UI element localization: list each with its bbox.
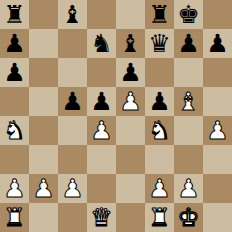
piece-black-pawn: ♟: [206, 29, 228, 58]
square-f7[interactable]: ♛: [145, 29, 174, 58]
piece-white-queen: ♛: [90, 203, 112, 232]
piece-white-pawn: ♟: [177, 174, 199, 203]
piece-white-pawn: ♟: [3, 174, 25, 203]
piece-black-rook: ♜: [148, 0, 170, 29]
square-f4[interactable]: ♞: [145, 116, 174, 145]
square-g2[interactable]: ♟: [174, 174, 203, 203]
piece-white-pawn: ♟: [148, 174, 170, 203]
piece-black-pawn: ♟: [90, 87, 112, 116]
piece-white-pawn: ♟: [32, 174, 54, 203]
piece-black-rook: ♜: [3, 0, 25, 29]
square-h6[interactable]: [203, 58, 232, 87]
square-a8[interactable]: ♜: [0, 0, 29, 29]
square-f3[interactable]: [145, 145, 174, 174]
square-f5[interactable]: ♟: [145, 87, 174, 116]
square-d4[interactable]: ♟: [87, 116, 116, 145]
piece-white-king: ♚: [177, 203, 199, 232]
square-a4[interactable]: ♞: [0, 116, 29, 145]
piece-black-king: ♚: [177, 0, 199, 29]
square-c4[interactable]: [58, 116, 87, 145]
square-f6[interactable]: [145, 58, 174, 87]
piece-black-pawn: ♟: [3, 29, 25, 58]
square-a1[interactable]: ♜: [0, 203, 29, 232]
square-b3[interactable]: [29, 145, 58, 174]
square-h8[interactable]: [203, 0, 232, 29]
square-c1[interactable]: [58, 203, 87, 232]
square-h1[interactable]: [203, 203, 232, 232]
square-h7[interactable]: ♟: [203, 29, 232, 58]
square-e4[interactable]: [116, 116, 145, 145]
piece-white-pawn: ♟: [90, 116, 112, 145]
square-e3[interactable]: [116, 145, 145, 174]
square-e5[interactable]: ♟: [116, 87, 145, 116]
square-e7[interactable]: ♝: [116, 29, 145, 58]
square-h2[interactable]: [203, 174, 232, 203]
square-c8[interactable]: ♝: [58, 0, 87, 29]
piece-black-pawn: ♟: [177, 29, 199, 58]
square-b8[interactable]: [29, 0, 58, 29]
piece-white-pawn: ♟: [119, 87, 141, 116]
piece-white-knight: ♞: [3, 116, 25, 145]
square-g5[interactable]: ♝: [174, 87, 203, 116]
square-e1[interactable]: [116, 203, 145, 232]
square-a5[interactable]: [0, 87, 29, 116]
square-d5[interactable]: ♟: [87, 87, 116, 116]
piece-black-queen: ♛: [148, 29, 170, 58]
square-b4[interactable]: [29, 116, 58, 145]
piece-black-pawn: ♟: [148, 87, 170, 116]
piece-white-knight: ♞: [148, 116, 170, 145]
square-d7[interactable]: ♞: [87, 29, 116, 58]
piece-white-pawn: ♟: [61, 174, 83, 203]
square-g3[interactable]: [174, 145, 203, 174]
square-a3[interactable]: [0, 145, 29, 174]
square-b2[interactable]: ♟: [29, 174, 58, 203]
square-e6[interactable]: ♟: [116, 58, 145, 87]
piece-white-rook: ♜: [3, 203, 25, 232]
square-b7[interactable]: [29, 29, 58, 58]
square-b5[interactable]: [29, 87, 58, 116]
square-d1[interactable]: ♛: [87, 203, 116, 232]
square-h4[interactable]: ♟: [203, 116, 232, 145]
square-b1[interactable]: [29, 203, 58, 232]
square-c7[interactable]: [58, 29, 87, 58]
square-e8[interactable]: [116, 0, 145, 29]
square-a2[interactable]: ♟: [0, 174, 29, 203]
square-g6[interactable]: [174, 58, 203, 87]
piece-black-bishop: ♝: [61, 0, 83, 29]
square-c5[interactable]: ♟: [58, 87, 87, 116]
square-e2[interactable]: [116, 174, 145, 203]
piece-black-bishop: ♝: [119, 29, 141, 58]
square-c3[interactable]: [58, 145, 87, 174]
chess-board: ♜♝♜♚♟♞♝♛♟♟♟♟♟♟♟♟♝♞♟♞♟♟♟♟♟♟♜♛♜♚: [0, 0, 232, 232]
square-h3[interactable]: [203, 145, 232, 174]
square-c2[interactable]: ♟: [58, 174, 87, 203]
square-g7[interactable]: ♟: [174, 29, 203, 58]
piece-white-rook: ♜: [148, 203, 170, 232]
square-f1[interactable]: ♜: [145, 203, 174, 232]
piece-white-bishop: ♝: [177, 87, 199, 116]
square-f8[interactable]: ♜: [145, 0, 174, 29]
square-a7[interactable]: ♟: [0, 29, 29, 58]
square-d3[interactable]: [87, 145, 116, 174]
square-d2[interactable]: [87, 174, 116, 203]
square-g8[interactable]: ♚: [174, 0, 203, 29]
square-f2[interactable]: ♟: [145, 174, 174, 203]
square-h5[interactable]: [203, 87, 232, 116]
piece-black-pawn: ♟: [61, 87, 83, 116]
square-d6[interactable]: [87, 58, 116, 87]
square-g4[interactable]: [174, 116, 203, 145]
square-a6[interactable]: ♟: [0, 58, 29, 87]
piece-white-pawn: ♟: [206, 116, 228, 145]
square-b6[interactable]: [29, 58, 58, 87]
piece-black-knight: ♞: [90, 29, 112, 58]
piece-black-pawn: ♟: [3, 58, 25, 87]
piece-black-pawn: ♟: [119, 58, 141, 87]
square-g1[interactable]: ♚: [174, 203, 203, 232]
square-c6[interactable]: [58, 58, 87, 87]
square-d8[interactable]: [87, 0, 116, 29]
